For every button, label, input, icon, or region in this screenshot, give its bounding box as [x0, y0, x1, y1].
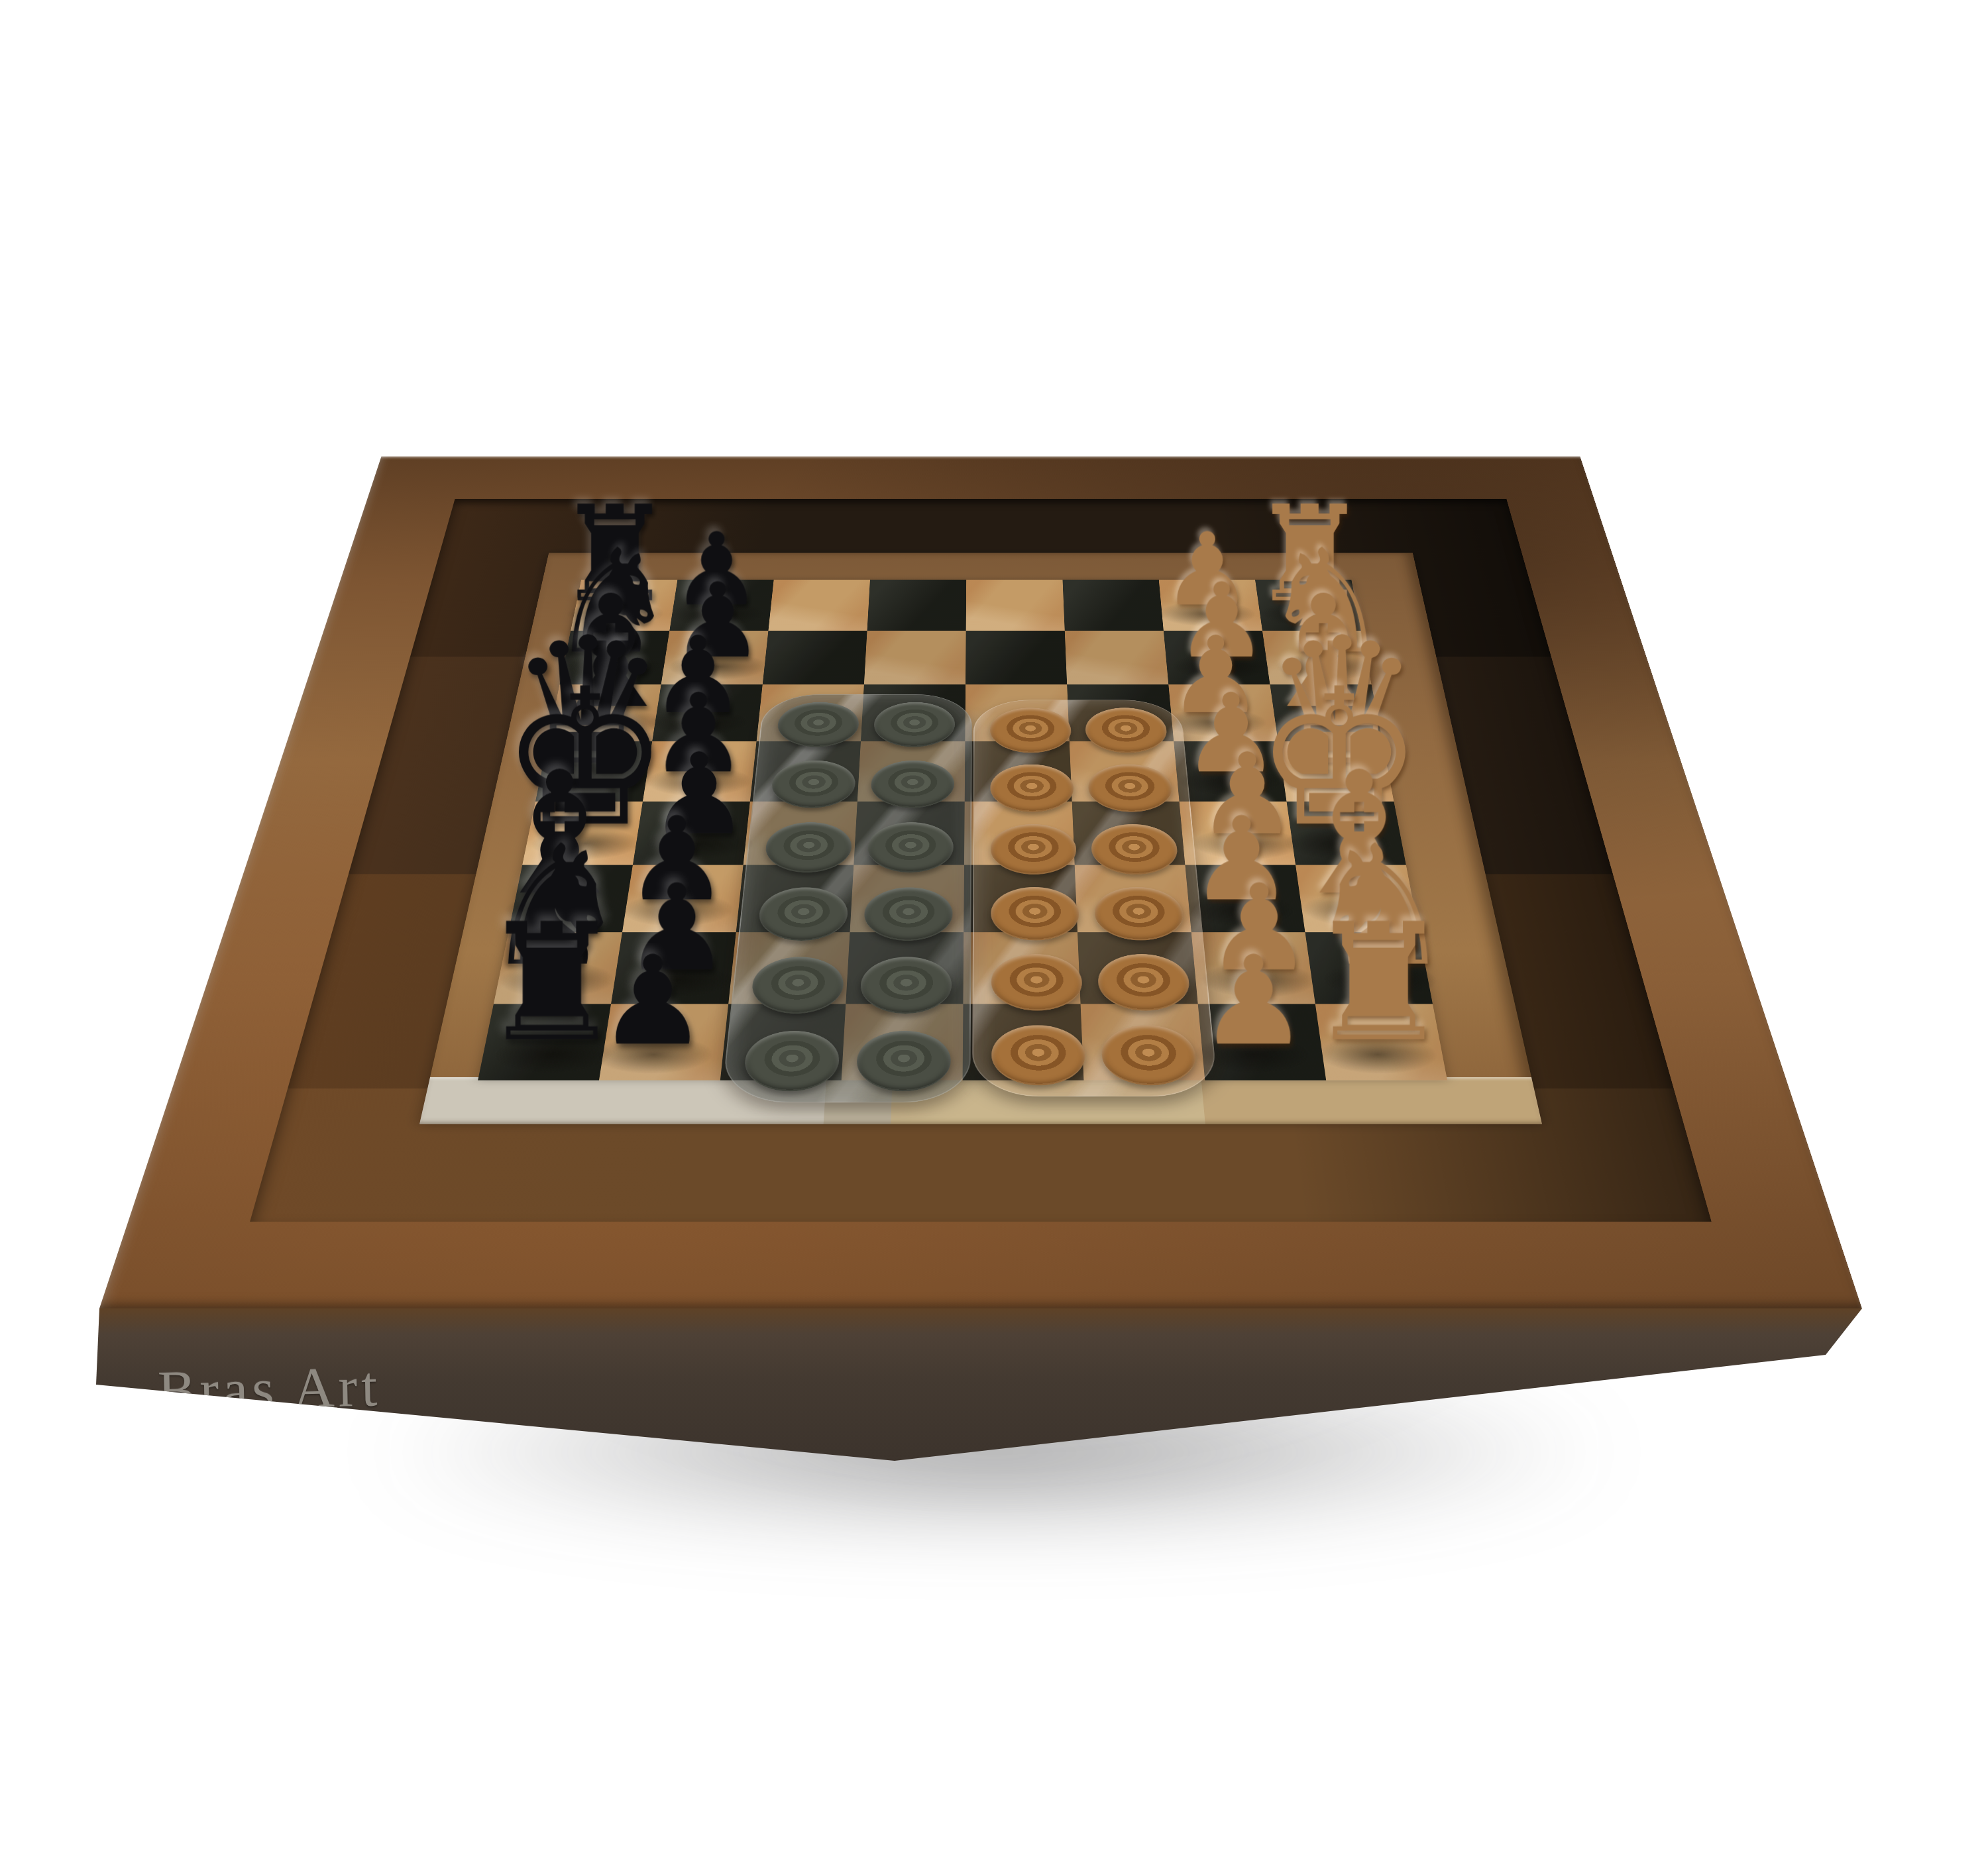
square-g6: [1168, 684, 1278, 741]
square-b2: [611, 932, 736, 1004]
square-d1: [842, 1004, 964, 1080]
square-b1: [599, 1004, 728, 1080]
square-h3: [1296, 865, 1419, 933]
square-d5: [857, 741, 966, 802]
square-b4: [633, 802, 750, 865]
square-b5: [643, 741, 757, 802]
square-e2: [963, 932, 1080, 1004]
square-d4: [854, 802, 964, 865]
inner-frame-front-strip: [419, 1077, 1542, 1124]
square-a8: [571, 580, 677, 631]
square-d7: [864, 631, 966, 684]
square-b8: [669, 580, 773, 631]
square-d8: [867, 580, 967, 631]
square-c1: [720, 1004, 846, 1080]
square-g1: [1198, 1004, 1326, 1080]
square-g8: [1159, 580, 1262, 631]
square-c8: [768, 580, 870, 631]
square-e8: [966, 580, 1065, 631]
square-a3: [508, 865, 633, 933]
square-e6: [965, 684, 1069, 741]
square-d3: [850, 865, 964, 933]
checkerboard: [478, 580, 1447, 1080]
square-c2: [728, 932, 850, 1004]
square-h8: [1255, 580, 1361, 631]
square-a7: [559, 631, 669, 684]
square-g3: [1185, 865, 1305, 933]
square-d2: [846, 932, 964, 1004]
square-f6: [1067, 684, 1174, 741]
square-c5: [750, 741, 861, 802]
square-b3: [622, 865, 744, 933]
square-h1: [1315, 1004, 1447, 1080]
square-c3: [736, 865, 854, 933]
square-c6: [757, 684, 864, 741]
square-a1: [478, 1004, 611, 1080]
square-g5: [1174, 741, 1286, 802]
square-h7: [1262, 631, 1372, 684]
square-a4: [522, 802, 643, 865]
square-g2: [1191, 932, 1315, 1004]
square-g4: [1180, 802, 1296, 865]
square-a5: [535, 741, 652, 802]
square-h6: [1270, 684, 1382, 741]
square-f3: [1075, 865, 1191, 933]
square-a6: [548, 684, 661, 741]
square-e7: [966, 631, 1067, 684]
stone-board-plane: ♜♟♟♜♞♟♟♞♝♟♟♝♛♟♟♛♚♟♟♚♝♟♟♝♞♟♟♞♜♟♟♜: [99, 456, 1862, 1308]
square-f2: [1077, 932, 1198, 1004]
square-f1: [1081, 1004, 1205, 1080]
square-a2: [494, 932, 622, 1004]
square-f8: [1062, 580, 1163, 631]
square-e4: [964, 802, 1075, 865]
square-h5: [1278, 741, 1394, 802]
square-f5: [1070, 741, 1180, 802]
square-h4: [1286, 802, 1406, 865]
square-g7: [1164, 631, 1270, 684]
square-f7: [1065, 631, 1169, 684]
product-photo-stage: ♜♟♟♜♞♟♟♞♝♟♟♝♛♟♟♛♚♟♟♚♝♟♟♝♞♟♟♞♜♟♟♜ Bras Ar…: [0, 0, 1988, 1855]
square-d6: [861, 684, 966, 741]
square-e3: [964, 865, 1077, 933]
square-e5: [965, 741, 1072, 802]
square-b7: [661, 631, 769, 684]
square-b6: [652, 684, 763, 741]
square-e1: [963, 1004, 1084, 1080]
square-c7: [763, 631, 867, 684]
square-c4: [744, 802, 857, 865]
square-h2: [1305, 932, 1433, 1004]
square-f4: [1072, 802, 1186, 865]
